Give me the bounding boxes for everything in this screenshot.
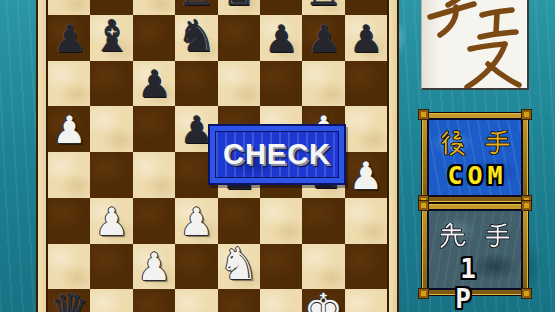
square-g7[interactable]: ♟ xyxy=(302,15,344,61)
square-c8[interactable] xyxy=(133,0,175,15)
square-c6[interactable]: ♟ xyxy=(133,61,175,107)
square-d2[interactable] xyxy=(175,244,217,290)
square-b7[interactable]: ♝ xyxy=(90,15,132,61)
square-b3[interactable]: ♟ xyxy=(90,198,132,244)
piece-black-king: ♚ xyxy=(219,0,258,15)
square-a8[interactable] xyxy=(48,0,90,15)
square-e3[interactable] xyxy=(218,198,260,244)
piece-black-rook: ♜ xyxy=(177,0,216,15)
game-screen: ♜♚♜♟♝♞♟♟♟♟♟♟♟♟♞♟♟♟♟♞♛♚ CHECK xyxy=(0,0,555,312)
square-b8[interactable] xyxy=(90,0,132,15)
panel-corner-ornament xyxy=(418,109,429,120)
katakana-small-e-icon xyxy=(480,10,516,37)
square-b2[interactable] xyxy=(90,244,132,290)
square-h5[interactable] xyxy=(345,106,387,152)
square-g3[interactable] xyxy=(302,198,344,244)
square-c4[interactable] xyxy=(133,152,175,198)
square-a7[interactable]: ♟ xyxy=(48,15,90,61)
square-e1[interactable] xyxy=(218,289,260,312)
katakana-su-icon xyxy=(467,44,519,87)
square-d3[interactable]: ♟ xyxy=(175,198,217,244)
square-c2[interactable]: ♟ xyxy=(133,244,175,290)
square-g8[interactable]: ♜ xyxy=(302,0,344,15)
square-a5[interactable]: ♟ xyxy=(48,106,90,152)
square-f1[interactable] xyxy=(260,289,302,312)
check-banner: CHECK xyxy=(208,124,346,185)
check-banner-label: CHECK xyxy=(223,138,331,171)
piece-white-pawn: ♟ xyxy=(349,157,383,198)
square-h6[interactable] xyxy=(345,61,387,107)
square-a1[interactable]: ♛ xyxy=(48,289,90,312)
square-g1[interactable]: ♚ xyxy=(302,289,344,312)
katakana-chess-calligraphy-icon xyxy=(422,0,528,88)
com-panel-inner: COM xyxy=(427,118,523,197)
panel-corner-ornament xyxy=(418,200,429,211)
square-f3[interactable] xyxy=(260,198,302,244)
piece-black-bishop: ♝ xyxy=(92,14,131,61)
piece-black-pawn: ♟ xyxy=(264,20,298,61)
sente-label xyxy=(429,223,521,249)
square-e8[interactable]: ♚ xyxy=(218,0,260,15)
square-b4[interactable] xyxy=(90,152,132,198)
square-f7[interactable]: ♟ xyxy=(260,15,302,61)
square-b1[interactable] xyxy=(90,289,132,312)
square-b5[interactable] xyxy=(90,106,132,152)
square-g2[interactable] xyxy=(302,244,344,290)
square-b6[interactable] xyxy=(90,61,132,107)
player-panel-com: COM xyxy=(421,112,529,203)
title-sign xyxy=(421,0,529,90)
square-h4[interactable]: ♟ xyxy=(345,152,387,198)
square-c7[interactable] xyxy=(133,15,175,61)
kanji-go-icon xyxy=(440,130,466,156)
square-c5[interactable] xyxy=(133,106,175,152)
square-h7[interactable]: ♟ xyxy=(345,15,387,61)
p1-player-name: 1 P xyxy=(429,254,521,312)
check-banner-frame: CHECK xyxy=(215,131,339,178)
piece-black-pawn: ♟ xyxy=(306,20,340,61)
piece-white-pawn: ♟ xyxy=(52,111,86,152)
piece-white-pawn: ♟ xyxy=(137,248,171,289)
square-h3[interactable] xyxy=(345,198,387,244)
square-c1[interactable] xyxy=(133,289,175,312)
square-h1[interactable] xyxy=(345,289,387,312)
square-e2[interactable]: ♞ xyxy=(218,244,260,290)
square-f8[interactable] xyxy=(260,0,302,15)
square-a3[interactable] xyxy=(48,198,90,244)
piece-black-pawn: ♟ xyxy=(349,20,383,61)
piece-black-queen: ♛ xyxy=(49,288,88,312)
square-g6[interactable] xyxy=(302,61,344,107)
kanji-te-icon xyxy=(484,223,510,249)
square-d8[interactable]: ♜ xyxy=(175,0,217,15)
square-a6[interactable] xyxy=(48,61,90,107)
piece-black-pawn: ♟ xyxy=(52,20,86,61)
com-player-name: COM xyxy=(429,161,521,190)
panel-corner-ornament xyxy=(521,200,532,211)
piece-white-king: ♚ xyxy=(304,288,343,312)
square-f2[interactable] xyxy=(260,244,302,290)
square-e6[interactable] xyxy=(218,61,260,107)
board-border-left xyxy=(36,0,48,312)
piece-white-pawn: ♟ xyxy=(95,203,129,244)
piece-black-rook: ♜ xyxy=(304,0,343,15)
kanji-sen-icon xyxy=(440,223,466,249)
square-h8[interactable] xyxy=(345,0,387,15)
square-f6[interactable] xyxy=(260,61,302,107)
gote-label xyxy=(429,130,521,156)
square-c3[interactable] xyxy=(133,198,175,244)
katakana-chi-icon xyxy=(430,0,474,35)
piece-white-knight: ♞ xyxy=(219,242,258,289)
player-panel-1p: 1 P xyxy=(421,203,529,296)
panel-corner-ornament xyxy=(521,109,532,120)
square-e7[interactable] xyxy=(218,15,260,61)
piece-white-pawn: ♟ xyxy=(179,203,213,244)
square-a2[interactable] xyxy=(48,244,90,290)
piece-black-knight: ♞ xyxy=(177,14,216,61)
board-border-right xyxy=(387,0,399,312)
panel-corner-ornament xyxy=(418,288,429,299)
piece-black-pawn: ♟ xyxy=(137,65,171,106)
square-d7[interactable]: ♞ xyxy=(175,15,217,61)
kanji-te-icon xyxy=(484,130,510,156)
panel-corner-ornament xyxy=(521,288,532,299)
square-d1[interactable] xyxy=(175,289,217,312)
p1-panel-inner: 1 P xyxy=(427,209,523,290)
square-d6[interactable] xyxy=(175,61,217,107)
square-h2[interactable] xyxy=(345,244,387,290)
square-a4[interactable] xyxy=(48,152,90,198)
